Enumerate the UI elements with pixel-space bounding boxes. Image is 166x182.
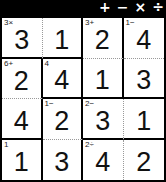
cell-r1c4[interactable]: 1−4 — [124, 18, 165, 59]
cell-digit: 3 — [54, 143, 69, 176]
cell-digit: 2 — [54, 102, 69, 135]
cell-digit: 1 — [136, 102, 151, 135]
cell-r1c3[interactable]: 3+2 — [83, 18, 124, 59]
cell-r3c4[interactable]: 1 — [124, 99, 165, 140]
cell-r1c1[interactable]: 3×3 — [2, 18, 43, 59]
cell-r3c1[interactable]: 4 — [2, 99, 43, 140]
cell-r2c4[interactable]: 3 — [124, 59, 165, 100]
cell-r1c2[interactable]: 1 — [43, 18, 84, 59]
cell-digit: 1 — [14, 143, 29, 176]
cell-digit: 4 — [95, 143, 110, 176]
kenken-board: 3×313+21−46+2441341−22−311132÷42 — [0, 16, 166, 182]
minus-icon[interactable]: − — [117, 1, 129, 13]
cell-r3c2[interactable]: 1−2 — [43, 99, 84, 140]
cell-r4c2[interactable]: 3 — [43, 140, 84, 181]
cell-r4c4[interactable]: 2 — [124, 140, 165, 181]
cage-label: 1− — [45, 99, 54, 108]
cell-r3c3[interactable]: 2−3 — [83, 99, 124, 140]
cage-label: 2− — [85, 99, 94, 108]
cell-digit: 2 — [95, 21, 110, 54]
cage-label: 1 — [4, 140, 8, 149]
cell-r2c2[interactable]: 44 — [43, 59, 84, 100]
cell-digit: 2 — [136, 143, 151, 176]
cell-r4c3[interactable]: 2÷4 — [83, 140, 124, 181]
operations-toolbar: + − × ÷ — [0, 0, 166, 16]
cell-digit: 4 — [136, 21, 151, 54]
cell-digit: 4 — [54, 61, 69, 94]
cell-digit: 3 — [14, 21, 29, 54]
cell-r2c1[interactable]: 6+2 — [2, 59, 43, 100]
cell-r2c3[interactable]: 1 — [83, 59, 124, 100]
cell-digit: 1 — [95, 61, 110, 94]
kenken-app: + − × ÷ 3×313+21−46+2441341−22−311132÷42 — [0, 0, 166, 182]
cage-label: 1− — [126, 18, 135, 27]
cage-label: 3+ — [85, 18, 94, 27]
cell-r4c1[interactable]: 11 — [2, 140, 43, 181]
cell-digit: 4 — [14, 102, 29, 135]
cage-label: 4 — [45, 59, 49, 68]
cell-digit: 1 — [54, 21, 69, 54]
cage-label: 2÷ — [85, 140, 94, 149]
plus-icon[interactable]: + — [99, 1, 111, 13]
divide-icon[interactable]: ÷ — [152, 1, 164, 13]
cage-label: 6+ — [4, 59, 13, 68]
multiply-icon[interactable]: × — [135, 1, 147, 13]
cell-digit: 2 — [14, 62, 29, 95]
cell-digit: 3 — [136, 61, 151, 94]
cage-label: 3× — [4, 18, 13, 27]
cell-digit: 3 — [95, 102, 110, 135]
